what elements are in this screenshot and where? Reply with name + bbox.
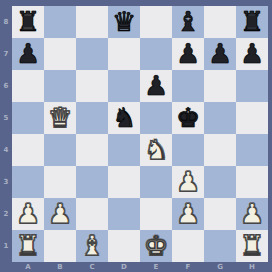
file-label-a: A xyxy=(12,262,44,272)
piece-white-bishop-c1[interactable]: ♝ xyxy=(76,230,108,262)
square-f5[interactable]: ♚ xyxy=(172,102,204,134)
piece-white-pawn-h2[interactable]: ♟ xyxy=(236,198,268,230)
square-f1[interactable] xyxy=(172,230,204,262)
square-c8[interactable] xyxy=(76,6,108,38)
square-g1[interactable] xyxy=(204,230,236,262)
square-h5[interactable] xyxy=(236,102,268,134)
square-b4[interactable] xyxy=(44,134,76,166)
square-f4[interactable] xyxy=(172,134,204,166)
chess-board: ♜♛♝♜♟♟♟♟♟♛♞♚♞♟♟♟♟♟♜♝♚♜ xyxy=(12,6,268,262)
square-h6[interactable] xyxy=(236,70,268,102)
piece-black-king-f5[interactable]: ♚ xyxy=(172,102,204,134)
piece-black-pawn-g7[interactable]: ♟ xyxy=(204,38,236,70)
square-e8[interactable] xyxy=(140,6,172,38)
square-b5[interactable]: ♛ xyxy=(44,102,76,134)
square-g6[interactable] xyxy=(204,70,236,102)
square-a8[interactable]: ♜ xyxy=(12,6,44,38)
square-d3[interactable] xyxy=(108,166,140,198)
square-e1[interactable]: ♚ xyxy=(140,230,172,262)
file-label-f: F xyxy=(172,262,204,272)
square-b3[interactable] xyxy=(44,166,76,198)
chess-board-frame: 87654321 ♜♛♝♜♟♟♟♟♟♛♞♚♞♟♟♟♟♟♜♝♚♜ ABCDEFGH xyxy=(0,0,272,272)
piece-white-queen-b5[interactable]: ♛ xyxy=(44,102,76,134)
piece-black-rook-a8[interactable]: ♜ xyxy=(12,6,44,38)
square-d1[interactable] xyxy=(108,230,140,262)
piece-white-knight-e4[interactable]: ♞ xyxy=(140,134,172,166)
square-e4[interactable]: ♞ xyxy=(140,134,172,166)
square-a7[interactable]: ♟ xyxy=(12,38,44,70)
square-c2[interactable] xyxy=(76,198,108,230)
square-g7[interactable]: ♟ xyxy=(204,38,236,70)
square-d6[interactable] xyxy=(108,70,140,102)
rank-label-6: 6 xyxy=(0,70,12,102)
file-label-d: D xyxy=(108,262,140,272)
square-h4[interactable] xyxy=(236,134,268,166)
square-g8[interactable] xyxy=(204,6,236,38)
square-h7[interactable]: ♟ xyxy=(236,38,268,70)
rank-label-3: 3 xyxy=(0,166,12,198)
piece-white-rook-a1[interactable]: ♜ xyxy=(12,230,44,262)
square-f2[interactable]: ♟ xyxy=(172,198,204,230)
square-h3[interactable] xyxy=(236,166,268,198)
file-labels: ABCDEFGH xyxy=(12,262,268,272)
square-d7[interactable] xyxy=(108,38,140,70)
square-a4[interactable] xyxy=(12,134,44,166)
square-f3[interactable]: ♟ xyxy=(172,166,204,198)
file-label-e: E xyxy=(140,262,172,272)
rank-label-4: 4 xyxy=(0,134,12,166)
square-e3[interactable] xyxy=(140,166,172,198)
square-d8[interactable]: ♛ xyxy=(108,6,140,38)
rank-label-7: 7 xyxy=(0,38,12,70)
square-b6[interactable] xyxy=(44,70,76,102)
piece-black-bishop-f8[interactable]: ♝ xyxy=(172,6,204,38)
square-a2[interactable]: ♟ xyxy=(12,198,44,230)
rank-label-5: 5 xyxy=(0,102,12,134)
square-b8[interactable] xyxy=(44,6,76,38)
piece-white-rook-h1[interactable]: ♜ xyxy=(236,230,268,262)
square-e7[interactable] xyxy=(140,38,172,70)
file-label-h: H xyxy=(236,262,268,272)
rank-label-1: 1 xyxy=(0,230,12,262)
rank-label-8: 8 xyxy=(0,6,12,38)
square-f7[interactable]: ♟ xyxy=(172,38,204,70)
piece-black-rook-h8[interactable]: ♜ xyxy=(236,6,268,38)
square-d4[interactable] xyxy=(108,134,140,166)
rank-label-2: 2 xyxy=(0,198,12,230)
piece-black-knight-d5[interactable]: ♞ xyxy=(108,102,140,134)
square-b2[interactable]: ♟ xyxy=(44,198,76,230)
square-g5[interactable] xyxy=(204,102,236,134)
piece-black-pawn-h7[interactable]: ♟ xyxy=(236,38,268,70)
square-a3[interactable] xyxy=(12,166,44,198)
rank-labels: 87654321 xyxy=(0,6,12,262)
square-h8[interactable]: ♜ xyxy=(236,6,268,38)
square-c3[interactable] xyxy=(76,166,108,198)
square-d5[interactable]: ♞ xyxy=(108,102,140,134)
square-b1[interactable] xyxy=(44,230,76,262)
square-c6[interactable] xyxy=(76,70,108,102)
square-g3[interactable] xyxy=(204,166,236,198)
piece-black-pawn-a7[interactable]: ♟ xyxy=(12,38,44,70)
file-label-c: C xyxy=(76,262,108,272)
square-e6[interactable]: ♟ xyxy=(140,70,172,102)
piece-white-pawn-f3[interactable]: ♟ xyxy=(172,166,204,198)
piece-white-pawn-b2[interactable]: ♟ xyxy=(44,198,76,230)
square-e5[interactable] xyxy=(140,102,172,134)
square-c1[interactable]: ♝ xyxy=(76,230,108,262)
square-h2[interactable]: ♟ xyxy=(236,198,268,230)
file-label-g: G xyxy=(204,262,236,272)
square-b7[interactable] xyxy=(44,38,76,70)
square-c7[interactable] xyxy=(76,38,108,70)
square-h1[interactable]: ♜ xyxy=(236,230,268,262)
square-d2[interactable] xyxy=(108,198,140,230)
square-a6[interactable] xyxy=(12,70,44,102)
piece-black-queen-d8[interactable]: ♛ xyxy=(108,6,140,38)
square-a5[interactable] xyxy=(12,102,44,134)
square-f6[interactable] xyxy=(172,70,204,102)
piece-white-king-e1[interactable]: ♚ xyxy=(140,230,172,262)
square-e2[interactable] xyxy=(140,198,172,230)
piece-black-pawn-e6[interactable]: ♟ xyxy=(140,70,172,102)
piece-white-pawn-a2[interactable]: ♟ xyxy=(12,198,44,230)
square-f8[interactable]: ♝ xyxy=(172,6,204,38)
piece-white-pawn-f2[interactable]: ♟ xyxy=(172,198,204,230)
file-label-b: B xyxy=(44,262,76,272)
square-g4[interactable] xyxy=(204,134,236,166)
square-c5[interactable] xyxy=(76,102,108,134)
piece-black-pawn-f7[interactable]: ♟ xyxy=(172,38,204,70)
square-c4[interactable] xyxy=(76,134,108,166)
square-a1[interactable]: ♜ xyxy=(12,230,44,262)
square-g2[interactable] xyxy=(204,198,236,230)
